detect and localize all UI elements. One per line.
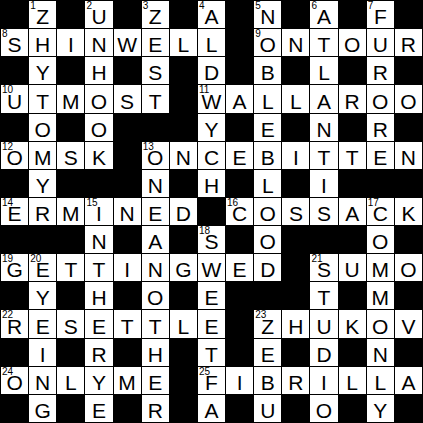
letter-cell[interactable]: 15I — [85, 198, 112, 225]
block-cell — [29, 226, 56, 253]
letter-cell[interactable]: T — [114, 310, 141, 337]
block-cell — [114, 142, 141, 169]
cell-letter: D — [316, 344, 331, 366]
block-cell — [57, 114, 84, 141]
clue-number: 21 — [311, 254, 322, 264]
block-cell — [226, 395, 253, 422]
letter-cell[interactable]: 16C — [226, 198, 253, 225]
block-cell — [114, 226, 141, 253]
block-cell — [226, 29, 253, 56]
letter-cell[interactable]: 18S — [198, 226, 225, 253]
letter-cell[interactable]: W — [114, 29, 141, 56]
letter-cell[interactable]: N — [85, 29, 112, 56]
block-cell — [339, 170, 366, 197]
cell-letter: O — [372, 316, 388, 338]
cell-letter: L — [318, 62, 330, 84]
cell-letter: N — [176, 147, 191, 169]
letter-cell[interactable]: O — [395, 85, 422, 112]
letter-cell[interactable]: Y — [367, 395, 394, 422]
block-cell — [170, 114, 197, 141]
letter-cell[interactable]: Y — [29, 57, 56, 84]
letter-cell[interactable]: N — [142, 170, 169, 197]
letter-cell[interactable]: T — [142, 310, 169, 337]
clue-number: 3 — [143, 1, 149, 11]
clue-number: 20 — [30, 254, 41, 264]
letter-cell[interactable]: I — [226, 367, 253, 394]
letter-cell[interactable]: 8S — [1, 29, 28, 56]
cell-letter: U — [260, 400, 275, 422]
block-cell — [395, 339, 422, 366]
letter-cell[interactable]: I — [310, 170, 337, 197]
cell-letter: K — [401, 203, 415, 225]
letter-cell[interactable]: C — [198, 142, 225, 169]
block-cell — [395, 1, 422, 28]
clue-number: 22 — [2, 310, 13, 320]
cell-letter: K — [92, 147, 106, 169]
cell-letter: T — [318, 34, 331, 56]
letter-cell[interactable]: 6A — [310, 1, 337, 28]
clue-number: 16 — [227, 198, 238, 208]
letter-cell[interactable]: O — [85, 114, 112, 141]
letter-cell[interactable]: O — [85, 85, 112, 112]
letter-cell[interactable]: 12O — [1, 142, 28, 169]
letter-cell[interactable]: I — [57, 29, 84, 56]
cell-letter: T — [149, 316, 162, 338]
letter-cell[interactable]: M — [114, 367, 141, 394]
block-cell — [142, 114, 169, 141]
letter-cell[interactable]: L — [170, 310, 197, 337]
letter-cell[interactable]: G — [29, 395, 56, 422]
letter-cell[interactable]: 14E — [1, 198, 28, 225]
cell-letter: R — [345, 91, 360, 113]
block-cell — [114, 170, 141, 197]
cell-letter: O — [400, 91, 416, 113]
letter-cell[interactable]: L — [254, 85, 281, 112]
letter-cell[interactable]: H — [198, 170, 225, 197]
letter-cell[interactable]: N — [282, 29, 309, 56]
cell-letter: E — [261, 344, 275, 366]
letter-cell[interactable]: L — [254, 170, 281, 197]
cell-letter: U — [345, 259, 360, 281]
letter-cell[interactable]: K — [395, 198, 422, 225]
letter-cell[interactable]: U — [367, 29, 394, 56]
clue-number: 19 — [2, 254, 13, 264]
letter-cell[interactable]: 5N — [254, 1, 281, 28]
cell-letter: Y — [92, 372, 106, 394]
letter-cell[interactable]: L — [339, 367, 366, 394]
letter-cell[interactable]: U — [254, 395, 281, 422]
cell-letter: E — [36, 316, 50, 338]
cell-letter: R — [373, 119, 388, 141]
block-cell — [170, 1, 197, 28]
cell-letter: S — [64, 316, 78, 338]
letter-cell[interactable]: S — [114, 85, 141, 112]
letter-cell[interactable]: E — [85, 395, 112, 422]
cell-letter: E — [148, 203, 162, 225]
clue-number: 10 — [2, 85, 13, 95]
cell-letter: O — [91, 119, 107, 141]
letter-cell[interactable]: T — [310, 142, 337, 169]
cell-letter: O — [372, 231, 388, 253]
letter-cell[interactable]: E — [226, 254, 253, 281]
clue-number: 1 — [30, 1, 36, 11]
cell-letter: F — [374, 6, 387, 28]
letter-cell[interactable]: 9O — [254, 29, 281, 56]
letter-cell[interactable]: I — [310, 367, 337, 394]
block-cell — [1, 226, 28, 253]
cell-letter: M — [118, 372, 136, 394]
cell-letter: I — [293, 147, 299, 169]
letter-cell[interactable]: 23Z — [254, 310, 281, 337]
letter-cell[interactable]: L — [282, 85, 309, 112]
letter-cell[interactable]: H — [85, 57, 112, 84]
letter-cell[interactable]: 20E — [29, 254, 56, 281]
letter-cell[interactable]: 4A — [198, 1, 225, 28]
letter-cell[interactable]: 25F — [198, 367, 225, 394]
block-cell — [1, 1, 28, 28]
letter-cell[interactable]: 2U — [85, 1, 112, 28]
clue-number: 13 — [143, 142, 154, 152]
letter-cell[interactable]: M — [367, 254, 394, 281]
letter-cell[interactable]: M — [29, 142, 56, 169]
cell-letter: O — [260, 203, 276, 225]
cell-letter: A — [317, 91, 331, 113]
letter-cell[interactable]: 1Z — [29, 1, 56, 28]
cell-letter: A — [204, 400, 218, 422]
block-cell — [339, 395, 366, 422]
block-cell — [1, 170, 28, 197]
cell-letter: T — [205, 344, 218, 366]
cell-letter: L — [178, 316, 190, 338]
cell-letter: E — [92, 316, 106, 338]
block-cell — [226, 57, 253, 84]
letter-cell[interactable]: O — [367, 85, 394, 112]
cell-letter: I — [68, 34, 74, 56]
cell-letter: H — [35, 34, 50, 56]
letter-cell[interactable]: I — [114, 254, 141, 281]
cell-letter: T — [318, 287, 331, 309]
letter-cell[interactable]: N — [367, 339, 394, 366]
letter-cell[interactable]: U — [310, 310, 337, 337]
cell-letter: V — [401, 316, 415, 338]
cell-letter: T — [93, 259, 106, 281]
letter-cell[interactable]: S — [282, 198, 309, 225]
cell-letter: O — [400, 259, 416, 281]
letter-cell[interactable]: A — [142, 226, 169, 253]
block-cell — [367, 170, 394, 197]
letter-cell[interactable]: N — [29, 367, 56, 394]
letter-cell[interactable]: Y — [29, 170, 56, 197]
block-cell — [170, 367, 197, 394]
letter-cell[interactable]: A — [339, 198, 366, 225]
letter-cell[interactable]: Y — [85, 367, 112, 394]
cell-letter: T — [121, 316, 134, 338]
cell-letter: B — [261, 62, 275, 84]
cell-letter: Y — [36, 287, 50, 309]
letter-cell[interactable]: T — [339, 142, 366, 169]
letter-cell[interactable]: R — [367, 57, 394, 84]
letter-cell[interactable]: O — [142, 282, 169, 309]
cell-letter: O — [372, 91, 388, 113]
cell-letter: S — [317, 203, 331, 225]
letter-cell[interactable]: R — [367, 114, 394, 141]
cell-letter: R — [35, 203, 50, 225]
block-cell — [170, 170, 197, 197]
letter-cell[interactable]: 19G — [1, 254, 28, 281]
cell-letter: M — [372, 287, 390, 309]
block-cell — [57, 170, 84, 197]
letter-cell[interactable]: 3Z — [142, 1, 169, 28]
letter-cell[interactable]: E — [198, 310, 225, 337]
cell-letter: E — [233, 259, 247, 281]
letter-cell[interactable]: T — [310, 282, 337, 309]
cell-letter: M — [62, 203, 80, 225]
cell-letter: N — [373, 344, 388, 366]
block-cell — [57, 395, 84, 422]
letter-cell[interactable]: E — [198, 282, 225, 309]
letter-cell[interactable]: N — [85, 226, 112, 253]
crossword-grid: 1Z2U3Z4A5N6A7F8SHINWELL9ONTOURYHSDBLR10U… — [0, 0, 423, 423]
cell-letter: L — [346, 372, 358, 394]
clue-number: 25 — [199, 367, 210, 377]
letter-cell[interactable]: G — [170, 254, 197, 281]
cell-letter: B — [261, 147, 275, 169]
letter-cell[interactable]: M — [57, 198, 84, 225]
letter-cell[interactable]: D — [198, 57, 225, 84]
cell-letter: H — [148, 344, 163, 366]
letter-cell[interactable]: B — [254, 57, 281, 84]
letter-cell[interactable]: A — [310, 85, 337, 112]
block-cell — [395, 282, 422, 309]
cell-letter: N — [288, 34, 303, 56]
letter-cell[interactable]: O — [310, 395, 337, 422]
letter-cell[interactable]: E — [254, 339, 281, 366]
cell-letter: S — [120, 91, 134, 113]
cell-letter: Y — [36, 62, 50, 84]
cell-letter: O — [316, 400, 332, 422]
block-cell — [1, 395, 28, 422]
clue-number: 24 — [2, 367, 13, 377]
block-cell — [282, 226, 309, 253]
letter-cell[interactable]: I — [29, 339, 56, 366]
clue-number: 18 — [199, 226, 210, 236]
letter-cell[interactable]: L — [198, 29, 225, 56]
letter-cell[interactable]: E — [85, 310, 112, 337]
letter-cell[interactable]: B — [254, 367, 281, 394]
block-cell — [170, 57, 197, 84]
cell-letter: A — [148, 231, 162, 253]
block-cell — [57, 226, 84, 253]
block-cell — [339, 114, 366, 141]
letter-cell[interactable]: N — [142, 254, 169, 281]
cell-letter: T — [318, 147, 331, 169]
letter-cell[interactable]: S — [57, 142, 84, 169]
block-cell — [282, 339, 309, 366]
cell-letter: R — [91, 344, 106, 366]
block-cell — [170, 85, 197, 112]
cell-letter: D — [260, 259, 275, 281]
letter-cell[interactable]: E — [367, 142, 394, 169]
letter-cell[interactable]: N — [310, 114, 337, 141]
letter-cell[interactable]: 17C — [367, 198, 394, 225]
block-cell — [339, 57, 366, 84]
letter-cell[interactable]: R — [142, 395, 169, 422]
block-cell — [226, 339, 253, 366]
letter-cell[interactable]: R — [29, 198, 56, 225]
cell-letter: N — [91, 231, 106, 253]
cell-letter: L — [262, 175, 274, 197]
letter-cell[interactable]: E — [142, 198, 169, 225]
letter-cell[interactable]: V — [395, 310, 422, 337]
letter-cell[interactable]: D — [310, 339, 337, 366]
letter-cell[interactable]: N — [170, 142, 197, 169]
cell-letter: T — [149, 91, 162, 113]
cell-letter: R — [288, 372, 303, 394]
cell-letter: D — [176, 203, 191, 225]
letter-cell[interactable]: T — [85, 254, 112, 281]
letter-cell[interactable]: E — [142, 29, 169, 56]
letter-cell[interactable]: Y — [29, 282, 56, 309]
letter-cell[interactable]: 7F — [367, 1, 394, 28]
letter-cell[interactable]: R — [339, 85, 366, 112]
letter-cell[interactable]: K — [85, 142, 112, 169]
letter-cell[interactable]: T — [29, 85, 56, 112]
letter-cell[interactable]: R — [85, 339, 112, 366]
letter-cell[interactable]: 24O — [1, 367, 28, 394]
block-cell — [57, 339, 84, 366]
letter-cell[interactable]: D — [254, 254, 281, 281]
letter-cell[interactable]: S — [310, 198, 337, 225]
letter-cell[interactable]: O — [367, 310, 394, 337]
block-cell — [282, 254, 309, 281]
cell-letter: O — [91, 91, 107, 113]
letter-cell[interactable]: U — [339, 254, 366, 281]
letter-cell[interactable]: T — [310, 29, 337, 56]
letter-cell[interactable]: R — [282, 367, 309, 394]
cell-letter: E — [92, 400, 106, 422]
letter-cell[interactable]: H — [29, 29, 56, 56]
letter-cell[interactable]: H — [142, 339, 169, 366]
cell-letter: O — [147, 287, 163, 309]
letter-cell[interactable]: N — [114, 198, 141, 225]
cell-letter: N — [91, 34, 106, 56]
cell-letter: Y — [204, 119, 218, 141]
cell-letter: O — [260, 34, 276, 56]
block-cell — [339, 282, 366, 309]
cell-letter: S — [289, 203, 303, 225]
letter-cell[interactable]: 22R — [1, 310, 28, 337]
letter-cell[interactable]: O — [367, 226, 394, 253]
letter-cell[interactable]: T — [198, 339, 225, 366]
cell-letter: M — [62, 91, 80, 113]
block-cell — [114, 282, 141, 309]
block-cell — [395, 57, 422, 84]
letter-cell[interactable]: 11W — [198, 85, 225, 112]
letter-cell[interactable]: E — [142, 367, 169, 394]
cell-letter: H — [204, 175, 219, 197]
cell-letter: G — [35, 400, 51, 422]
letter-cell[interactable]: L — [310, 57, 337, 84]
block-cell — [226, 114, 253, 141]
clue-number: 7 — [368, 1, 374, 11]
cell-letter: E — [204, 316, 218, 338]
letter-cell[interactable]: 13O — [142, 142, 169, 169]
letter-cell[interactable]: T — [57, 254, 84, 281]
block-cell — [282, 170, 309, 197]
letter-cell[interactable]: M — [367, 282, 394, 309]
letter-cell[interactable]: M — [57, 85, 84, 112]
letter-cell[interactable]: W — [198, 254, 225, 281]
block-cell — [226, 282, 253, 309]
cell-letter: O — [260, 231, 276, 253]
letter-cell[interactable]: O — [395, 254, 422, 281]
cell-letter: S — [148, 62, 162, 84]
cell-letter: I — [40, 344, 46, 366]
letter-cell[interactable]: O — [254, 226, 281, 253]
cell-letter: N — [260, 6, 275, 28]
clue-number: 12 — [2, 142, 13, 152]
letter-cell[interactable]: L — [57, 367, 84, 394]
letter-cell[interactable]: O — [339, 29, 366, 56]
letter-cell[interactable]: E — [29, 310, 56, 337]
letter-cell[interactable]: T — [142, 85, 169, 112]
letter-cell[interactable]: E — [254, 114, 281, 141]
letter-cell[interactable]: K — [339, 310, 366, 337]
letter-cell[interactable]: 10U — [1, 85, 28, 112]
cell-letter: L — [262, 91, 274, 113]
cell-letter: C — [204, 147, 219, 169]
cell-letter: U — [91, 6, 106, 28]
letter-cell[interactable]: A — [226, 85, 253, 112]
block-cell — [339, 1, 366, 28]
letter-cell[interactable]: O — [29, 114, 56, 141]
letter-cell[interactable]: B — [254, 142, 281, 169]
block-cell — [114, 339, 141, 366]
letter-cell[interactable]: S — [142, 57, 169, 84]
letter-cell[interactable]: L — [367, 367, 394, 394]
cell-letter: B — [261, 372, 275, 394]
cell-letter: R — [148, 400, 163, 422]
cell-letter: W — [202, 259, 222, 281]
letter-cell[interactable]: R — [395, 29, 422, 56]
letter-cell[interactable]: O — [254, 198, 281, 225]
cell-letter: R — [401, 34, 416, 56]
letter-cell[interactable]: N — [395, 142, 422, 169]
cell-letter: A — [401, 372, 415, 394]
cell-letter: N — [401, 147, 416, 169]
block-cell — [226, 170, 253, 197]
letter-cell[interactable]: A — [198, 395, 225, 422]
block-cell — [226, 1, 253, 28]
letter-cell[interactable]: E — [226, 142, 253, 169]
letter-cell[interactable]: Y — [198, 114, 225, 141]
cell-letter: O — [344, 34, 360, 56]
letter-cell[interactable]: H — [282, 310, 309, 337]
letter-cell[interactable]: L — [170, 29, 197, 56]
cell-letter: A — [204, 6, 218, 28]
letter-cell[interactable]: 21S — [310, 254, 337, 281]
block-cell — [57, 1, 84, 28]
block-cell — [114, 57, 141, 84]
letter-cell[interactable]: A — [395, 367, 422, 394]
letter-cell[interactable]: I — [282, 142, 309, 169]
cell-letter: E — [148, 34, 162, 56]
letter-cell[interactable]: S — [57, 310, 84, 337]
letter-cell[interactable]: D — [170, 198, 197, 225]
cell-letter: N — [148, 175, 163, 197]
letter-cell[interactable]: H — [85, 282, 112, 309]
cell-letter: G — [175, 259, 191, 281]
